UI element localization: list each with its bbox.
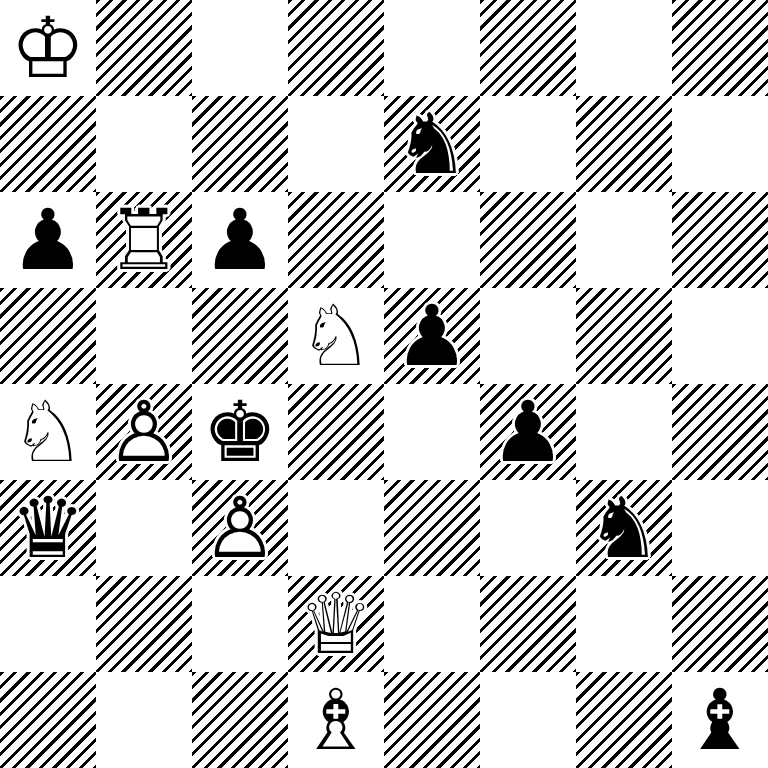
white-knight-icon: ♘ <box>288 288 384 384</box>
square-b8[interactable] <box>96 0 192 96</box>
square-d2[interactable]: ♛♕ <box>288 576 384 672</box>
square-g5[interactable] <box>576 288 672 384</box>
square-g8[interactable] <box>576 0 672 96</box>
square-f6[interactable] <box>480 192 576 288</box>
square-d4[interactable] <box>288 384 384 480</box>
square-a7[interactable] <box>0 96 96 192</box>
square-d3[interactable] <box>288 480 384 576</box>
square-h8[interactable] <box>672 0 768 96</box>
black-king-icon: ♚ <box>192 384 288 480</box>
black-knight-icon: ♞ <box>384 96 480 192</box>
square-h2[interactable] <box>672 576 768 672</box>
square-c6[interactable]: ♟♟ <box>192 192 288 288</box>
white-rook-icon: ♖ <box>96 192 192 288</box>
square-g1[interactable] <box>576 672 672 768</box>
square-a3[interactable]: ♛♛ <box>0 480 96 576</box>
square-a2[interactable] <box>0 576 96 672</box>
black-pawn-icon: ♟ <box>384 288 480 384</box>
square-f3[interactable] <box>480 480 576 576</box>
square-g4[interactable] <box>576 384 672 480</box>
black-pawn-icon: ♟ <box>192 192 288 288</box>
square-d6[interactable] <box>288 192 384 288</box>
white-pawn-icon: ♙ <box>96 384 192 480</box>
square-c4[interactable]: ♚♚ <box>192 384 288 480</box>
square-e3[interactable] <box>384 480 480 576</box>
square-e8[interactable] <box>384 0 480 96</box>
square-b1[interactable] <box>96 672 192 768</box>
square-e2[interactable] <box>384 576 480 672</box>
white-bishop-icon: ♗ <box>288 672 384 768</box>
black-knight-icon: ♞ <box>576 480 672 576</box>
square-h7[interactable] <box>672 96 768 192</box>
square-a8[interactable]: ♚♔ <box>0 0 96 96</box>
square-c1[interactable] <box>192 672 288 768</box>
square-a4[interactable]: ♞♘ <box>0 384 96 480</box>
white-knight-icon: ♘ <box>0 384 96 480</box>
square-e1[interactable] <box>384 672 480 768</box>
square-a5[interactable] <box>0 288 96 384</box>
square-d1[interactable]: ♝♗ <box>288 672 384 768</box>
square-f1[interactable] <box>480 672 576 768</box>
square-b6[interactable]: ♜♖ <box>96 192 192 288</box>
black-bishop-icon: ♝ <box>672 672 768 768</box>
square-c3[interactable]: ♟♙ <box>192 480 288 576</box>
square-b7[interactable] <box>96 96 192 192</box>
square-b3[interactable] <box>96 480 192 576</box>
black-pawn-icon: ♟ <box>480 384 576 480</box>
black-pawn-icon: ♟ <box>0 192 96 288</box>
square-e5[interactable]: ♟♟ <box>384 288 480 384</box>
square-b5[interactable] <box>96 288 192 384</box>
square-c2[interactable] <box>192 576 288 672</box>
square-h4[interactable] <box>672 384 768 480</box>
square-e7[interactable]: ♞♞ <box>384 96 480 192</box>
square-f2[interactable] <box>480 576 576 672</box>
square-a1[interactable] <box>0 672 96 768</box>
square-d5[interactable]: ♞♘ <box>288 288 384 384</box>
square-f7[interactable] <box>480 96 576 192</box>
square-c5[interactable] <box>192 288 288 384</box>
square-b2[interactable] <box>96 576 192 672</box>
square-g3[interactable]: ♞♞ <box>576 480 672 576</box>
square-g2[interactable] <box>576 576 672 672</box>
white-king-icon: ♔ <box>0 0 96 96</box>
square-c8[interactable] <box>192 0 288 96</box>
square-a6[interactable]: ♟♟ <box>0 192 96 288</box>
square-f4[interactable]: ♟♟ <box>480 384 576 480</box>
square-f8[interactable] <box>480 0 576 96</box>
white-pawn-icon: ♙ <box>192 480 288 576</box>
square-d8[interactable] <box>288 0 384 96</box>
square-e4[interactable] <box>384 384 480 480</box>
square-h1[interactable]: ♝♝ <box>672 672 768 768</box>
square-h5[interactable] <box>672 288 768 384</box>
square-g6[interactable] <box>576 192 672 288</box>
white-queen-icon: ♕ <box>288 576 384 672</box>
square-d7[interactable] <box>288 96 384 192</box>
square-e6[interactable] <box>384 192 480 288</box>
square-f5[interactable] <box>480 288 576 384</box>
chess-board: ♚♔♞♞♟♟♜♖♟♟♞♘♟♟♞♘♟♙♚♚♟♟♛♛♟♙♞♞♛♕♝♗♝♝ <box>0 0 768 768</box>
square-g7[interactable] <box>576 96 672 192</box>
black-queen-icon: ♛ <box>0 480 96 576</box>
square-h3[interactable] <box>672 480 768 576</box>
square-h6[interactable] <box>672 192 768 288</box>
square-b4[interactable]: ♟♙ <box>96 384 192 480</box>
square-c7[interactable] <box>192 96 288 192</box>
